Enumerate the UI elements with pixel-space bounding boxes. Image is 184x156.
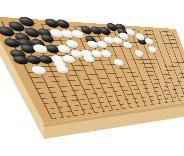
white-stone bbox=[134, 50, 145, 57]
star-point bbox=[174, 89, 176, 90]
white-stone bbox=[147, 46, 157, 53]
white-stone bbox=[54, 65, 70, 74]
star-point bbox=[120, 68, 123, 69]
white-stone bbox=[113, 59, 125, 66]
white-stone bbox=[122, 41, 133, 48]
star-point bbox=[156, 42, 158, 43]
white-stone bbox=[30, 66, 47, 75]
go-board-photo bbox=[0, 0, 184, 156]
